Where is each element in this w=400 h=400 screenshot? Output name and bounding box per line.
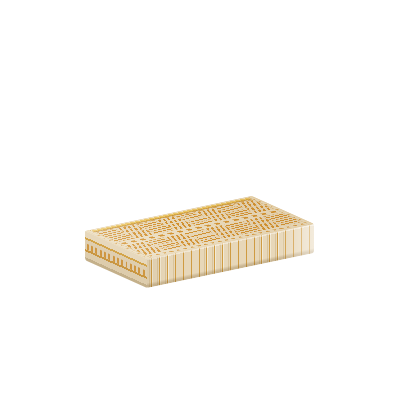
product-photo-canvas: [0, 0, 400, 400]
